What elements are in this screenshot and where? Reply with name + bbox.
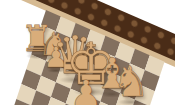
- chess-piece-knight: ♞: [112, 61, 150, 103]
- chess-piece-pawn: ♟: [70, 76, 102, 105]
- chess-set-product-photo[interactable]: ♜♞♟♛♚♝♞♟: [0, 0, 175, 105]
